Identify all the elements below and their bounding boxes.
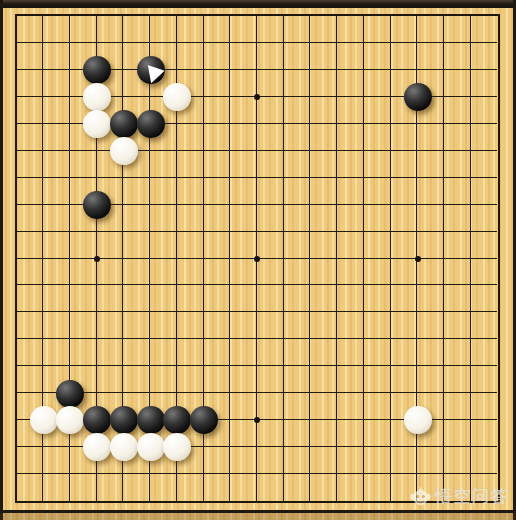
grid-cell: [310, 70, 337, 97]
grid-cell: [230, 178, 257, 205]
grid-cell: [204, 447, 231, 474]
grid-cell: [177, 124, 204, 151]
black-stone: [110, 406, 138, 434]
grid-cell: [204, 124, 231, 151]
grid-cell: [310, 393, 337, 420]
white-stone: [30, 406, 58, 434]
grid-cell: [230, 151, 257, 178]
grid-cell: [444, 393, 471, 420]
photo-frame-right: [513, 0, 516, 520]
grid-cell: [43, 97, 70, 124]
grid-cell: [123, 16, 150, 43]
grid-cell: [177, 312, 204, 339]
black-stone: [83, 191, 111, 219]
grid-cell: [204, 312, 231, 339]
grid-cell: [471, 97, 498, 124]
star-point: [94, 256, 100, 262]
grid-cell: [17, 339, 44, 366]
grid-cell: [257, 97, 284, 124]
grid-cell: [337, 232, 364, 259]
grid-cell: [123, 178, 150, 205]
grid-cell: [204, 97, 231, 124]
grid-cell: [444, 205, 471, 232]
grid-cell: [417, 43, 444, 70]
grid-cell: [177, 178, 204, 205]
grid-cell: [417, 312, 444, 339]
grid-cell: [43, 124, 70, 151]
white-stone: [163, 83, 191, 111]
grid-cell: [417, 16, 444, 43]
grid-cell: [204, 285, 231, 312]
grid-cell: [284, 43, 311, 70]
grid-cell: [471, 259, 498, 286]
grid-cell: [17, 124, 44, 151]
grid-cell: [70, 312, 97, 339]
grid-cell: [43, 232, 70, 259]
grid-cell: [257, 285, 284, 312]
grid-cell: [310, 285, 337, 312]
grid-cell: [150, 312, 177, 339]
watermark: 悟空问答: [409, 485, 509, 508]
grid-cell: [150, 474, 177, 501]
grid-cell: [150, 16, 177, 43]
grid-cell: [364, 16, 391, 43]
grid-cell: [97, 339, 124, 366]
grid-cell: [310, 43, 337, 70]
star-point: [254, 94, 260, 100]
grid-cell: [471, 232, 498, 259]
grid-cell: [17, 447, 44, 474]
wukong-monkey-logo-icon: [409, 486, 432, 507]
grid-cell: [257, 16, 284, 43]
grid-cell: [123, 474, 150, 501]
grid-cell: [310, 474, 337, 501]
grid-cell: [364, 124, 391, 151]
grid-cell: [337, 447, 364, 474]
watermark-text: 悟空问答: [435, 485, 509, 508]
grid-cell: [230, 43, 257, 70]
grid-cell: [230, 474, 257, 501]
grid-cell: [257, 232, 284, 259]
grid-cell: [17, 205, 44, 232]
grid-cell: [310, 339, 337, 366]
grid-cell: [310, 420, 337, 447]
grid-cell: [337, 312, 364, 339]
grid-cell: [150, 366, 177, 393]
white-stone: [83, 433, 111, 461]
grid-cell: [97, 312, 124, 339]
grid-cell: [364, 205, 391, 232]
black-stone: [404, 83, 432, 111]
board-side-face: [0, 513, 516, 520]
grid-cell: [310, 366, 337, 393]
grid-cell: [17, 259, 44, 286]
grid-cell: [471, 339, 498, 366]
grid-cell: [444, 151, 471, 178]
grid-cell: [257, 366, 284, 393]
grid-cell: [310, 312, 337, 339]
grid-cell: [150, 339, 177, 366]
star-point: [254, 417, 260, 423]
grid-cell: [337, 16, 364, 43]
black-stone: [190, 406, 218, 434]
grid-cell: [123, 312, 150, 339]
grid-cell: [177, 285, 204, 312]
grid-cell: [391, 124, 418, 151]
grid-cell: [444, 43, 471, 70]
grid-cell: [17, 285, 44, 312]
grid-cell: [471, 16, 498, 43]
grid-cell: [123, 339, 150, 366]
grid-cell: [204, 339, 231, 366]
grid-cell: [284, 124, 311, 151]
grid-cell: [230, 420, 257, 447]
grid-cell: [97, 232, 124, 259]
grid-cell: [310, 259, 337, 286]
grid-cell: [391, 259, 418, 286]
grid-cell: [257, 259, 284, 286]
grid-cell: [284, 70, 311, 97]
grid-cell: [337, 474, 364, 501]
grid-cell: [177, 232, 204, 259]
grid-cell: [391, 285, 418, 312]
grid-cell: [17, 232, 44, 259]
grid-cell: [17, 97, 44, 124]
grid-cell: [230, 97, 257, 124]
grid-cell: [43, 43, 70, 70]
grid-cell: [337, 151, 364, 178]
grid-cell: [391, 178, 418, 205]
grid-cell: [364, 474, 391, 501]
grid-cell: [284, 205, 311, 232]
grid-cell: [204, 205, 231, 232]
grid-cell: [444, 366, 471, 393]
grid-cell: [257, 151, 284, 178]
grid-cell: [177, 205, 204, 232]
black-stone: [56, 380, 84, 408]
grid-cell: [70, 285, 97, 312]
grid-cell: [70, 339, 97, 366]
grid-cell: [337, 178, 364, 205]
grid-cell: [337, 366, 364, 393]
grid-cell: [257, 420, 284, 447]
grid-cell: [70, 474, 97, 501]
grid-cell: [177, 339, 204, 366]
grid-cell: [43, 151, 70, 178]
black-stone: [163, 406, 191, 434]
grid-cell: [43, 16, 70, 43]
grid-cell: [364, 259, 391, 286]
grid-cell: [471, 151, 498, 178]
grid-cell: [230, 259, 257, 286]
grid-cell: [337, 339, 364, 366]
grid-cell: [204, 178, 231, 205]
grid-cell: [364, 447, 391, 474]
grid-cell: [471, 124, 498, 151]
grid-cell: [17, 366, 44, 393]
grid-cell: [284, 232, 311, 259]
grid-cell: [417, 124, 444, 151]
grid-cell: [17, 312, 44, 339]
grid-cell: [230, 124, 257, 151]
grid-cell: [150, 151, 177, 178]
grid-cell: [391, 339, 418, 366]
grid-cell: [471, 178, 498, 205]
grid-cell: [417, 178, 444, 205]
grid-cell: [230, 205, 257, 232]
black-stone: [83, 406, 111, 434]
grid-cell: [43, 205, 70, 232]
grid-cell: [284, 393, 311, 420]
grid-cell: [471, 393, 498, 420]
grid-cell: [417, 259, 444, 286]
grid-cell: [364, 285, 391, 312]
grid-cell: [364, 232, 391, 259]
grid-cell: [284, 16, 311, 43]
black-stone: [137, 110, 165, 138]
grid-cell: [230, 312, 257, 339]
grid-cell: [257, 43, 284, 70]
grid-cell: [417, 205, 444, 232]
grid-cell: [17, 178, 44, 205]
grid-cell: [43, 70, 70, 97]
grid-cell: [337, 420, 364, 447]
grid-cell: [364, 312, 391, 339]
black-stone: [110, 110, 138, 138]
grid-cell: [337, 393, 364, 420]
grid-cell: [204, 366, 231, 393]
grid-cell: [123, 232, 150, 259]
photo-frame-left: [0, 0, 3, 520]
grid-cell: [230, 339, 257, 366]
grid-cell: [123, 285, 150, 312]
grid-cell: [257, 393, 284, 420]
grid-cell: [150, 285, 177, 312]
grid-cell: [417, 285, 444, 312]
grid-cell: [70, 16, 97, 43]
grid-cell: [97, 366, 124, 393]
grid-cell: [364, 70, 391, 97]
grid-cell: [284, 447, 311, 474]
grid-cell: [177, 151, 204, 178]
grid-cell: [17, 151, 44, 178]
grid-cell: [230, 232, 257, 259]
grid-cell: [123, 259, 150, 286]
white-stone: [137, 433, 165, 461]
grid-cell: [310, 151, 337, 178]
grid-cell: [70, 232, 97, 259]
grid-cell: [177, 16, 204, 43]
grid-cell: [97, 259, 124, 286]
grid-cell: [391, 151, 418, 178]
black-stone: [83, 56, 111, 84]
grid-cell: [97, 16, 124, 43]
grid-cell: [230, 16, 257, 43]
grid-cell: [17, 16, 44, 43]
grid-cell: [310, 178, 337, 205]
grid-cell: [391, 205, 418, 232]
grid-cell: [364, 43, 391, 70]
grid-cell: [310, 447, 337, 474]
grid-cell: [417, 366, 444, 393]
grid-cell: [17, 474, 44, 501]
grid-cell: [284, 151, 311, 178]
grid-cell: [257, 312, 284, 339]
black-stone: [137, 406, 165, 434]
grid-cell: [284, 97, 311, 124]
grid-cell: [204, 16, 231, 43]
grid-cell: [17, 70, 44, 97]
grid-cell: [364, 339, 391, 366]
white-stone: [404, 406, 432, 434]
grid-cell: [204, 151, 231, 178]
grid-cell: [43, 312, 70, 339]
grid-cell: [204, 43, 231, 70]
grid-cell: [70, 151, 97, 178]
grid-cell: [364, 178, 391, 205]
grid-cell: [177, 366, 204, 393]
grid-cell: [230, 285, 257, 312]
grid-cell: [417, 447, 444, 474]
grid-cell: [444, 178, 471, 205]
grid-cell: [43, 339, 70, 366]
grid-cell: [471, 312, 498, 339]
grid-cell: [230, 393, 257, 420]
star-point: [254, 256, 260, 262]
grid-cell: [284, 366, 311, 393]
grid-cell: [284, 474, 311, 501]
grid-cell: [471, 366, 498, 393]
grid-cell: [391, 366, 418, 393]
last-move-triangle-marker: [137, 56, 165, 84]
grid-cell: [284, 285, 311, 312]
grid-cell: [43, 285, 70, 312]
white-stone: [83, 83, 111, 111]
grid-cell: [337, 205, 364, 232]
grid-cell: [337, 43, 364, 70]
white-stone: [110, 137, 138, 165]
grid-cell: [310, 205, 337, 232]
grid-cell: [391, 16, 418, 43]
grid-cell: [444, 447, 471, 474]
grid-cell: [337, 70, 364, 97]
grid-cell: [417, 232, 444, 259]
grid-cell: [471, 285, 498, 312]
grid-cell: [70, 259, 97, 286]
grid-cell: [150, 259, 177, 286]
grid-cell: [471, 420, 498, 447]
grid-cell: [43, 259, 70, 286]
grid-cell: [257, 124, 284, 151]
grid-cell: [204, 70, 231, 97]
grid-cell: [391, 232, 418, 259]
grid-cell: [444, 259, 471, 286]
grid-cell: [310, 232, 337, 259]
grid-cell: [444, 312, 471, 339]
grid-cell: [471, 205, 498, 232]
grid-cell: [257, 205, 284, 232]
grid-cell: [204, 259, 231, 286]
grid-cell: [230, 447, 257, 474]
grid-cell: [444, 70, 471, 97]
grid-cell: [444, 420, 471, 447]
white-stone: [83, 110, 111, 138]
grid-cell: [444, 232, 471, 259]
grid-cell: [337, 259, 364, 286]
grid-cell: [230, 366, 257, 393]
grid-cell: [391, 447, 418, 474]
grid-cell: [310, 124, 337, 151]
go-board-screenshot: 悟空问答: [0, 0, 516, 520]
grid-cell: [284, 420, 311, 447]
grid-cell: [204, 232, 231, 259]
grid-cell: [177, 43, 204, 70]
grid-cell: [257, 339, 284, 366]
grid-cell: [444, 285, 471, 312]
grid-cell: [310, 97, 337, 124]
grid-cell: [97, 474, 124, 501]
grid-cell: [230, 70, 257, 97]
grid-cell: [444, 339, 471, 366]
grid-cell: [257, 447, 284, 474]
grid-cell: [444, 97, 471, 124]
grid-cell: [204, 474, 231, 501]
grid-cell: [150, 205, 177, 232]
grid-cell: [150, 232, 177, 259]
grid-cell: [444, 124, 471, 151]
grid-cell: [417, 151, 444, 178]
grid-cell: [43, 447, 70, 474]
grid-cell: [444, 16, 471, 43]
grid-cell: [364, 420, 391, 447]
grid-cell: [471, 447, 498, 474]
grid-cell: [364, 393, 391, 420]
grid-cell: [284, 339, 311, 366]
grid-cell: [17, 43, 44, 70]
grid-cell: [364, 151, 391, 178]
white-stone: [163, 433, 191, 461]
grid-cell: [257, 474, 284, 501]
grid-cell: [337, 124, 364, 151]
grid-cell: [150, 178, 177, 205]
grid-cell: [123, 205, 150, 232]
grid-cell: [391, 43, 418, 70]
grid-cell: [310, 16, 337, 43]
grid-cell: [284, 178, 311, 205]
photo-frame-top: [0, 0, 516, 8]
grid-cell: [284, 312, 311, 339]
grid-cell: [417, 339, 444, 366]
white-stone: [56, 406, 84, 434]
grid-cell: [337, 97, 364, 124]
grid-cell: [97, 285, 124, 312]
grid-cell: [337, 285, 364, 312]
grid-cell: [177, 474, 204, 501]
grid-cell: [364, 366, 391, 393]
grid-cell: [43, 178, 70, 205]
grid-cell: [177, 259, 204, 286]
white-stone: [110, 433, 138, 461]
grid-cell: [364, 97, 391, 124]
grid-cell: [471, 43, 498, 70]
grid-cell: [471, 70, 498, 97]
star-point: [415, 256, 421, 262]
grid-cell: [43, 474, 70, 501]
grid-cell: [257, 178, 284, 205]
grid-cell: [284, 259, 311, 286]
grid-cell: [123, 366, 150, 393]
grid-cell: [257, 70, 284, 97]
